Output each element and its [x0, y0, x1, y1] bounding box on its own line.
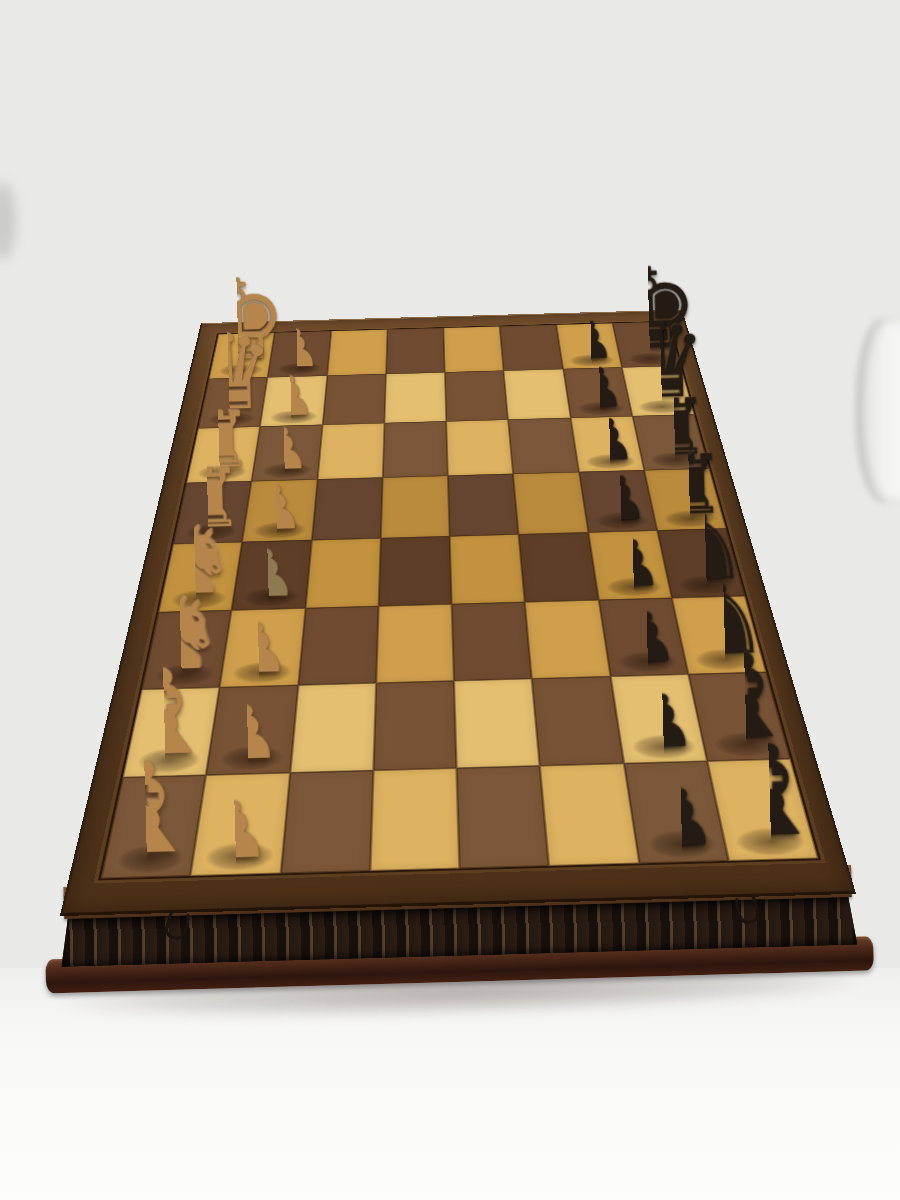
- piece-black-pawn-g6: ♟: [646, 604, 648, 671]
- square-f4: [513, 472, 588, 534]
- square-g4: ♟: [579, 470, 657, 532]
- square-e7: [454, 679, 540, 768]
- square-d4: [381, 476, 450, 538]
- piece-black-pawn-g5: ♟: [632, 532, 634, 595]
- square-f7: [532, 676, 623, 765]
- games-box-assembly: ♚♟♟♚♛♟♟♛♜♟♟♜♜♟♟♜♞♟♟♞♞♟♟♞♝♟♟♝♝♟♟♝: [0, 0, 900, 1200]
- square-d5: [378, 536, 451, 606]
- square-d6: [376, 604, 454, 683]
- square-c6: [298, 606, 379, 685]
- piece-white-pawn-b3: ♟: [283, 421, 285, 477]
- square-b6: ♟: [220, 608, 305, 687]
- square-d1: [386, 328, 445, 374]
- piece-white-pawn-b6: ♟: [257, 615, 259, 682]
- piece-white-pawn-b5: ♟: [267, 542, 269, 605]
- square-e1: [443, 326, 503, 372]
- piece-black-bishop-h8: ♝: [768, 729, 771, 854]
- square-b7: ♟: [206, 685, 298, 775]
- square-c4: [311, 478, 382, 541]
- square-e2: [445, 371, 508, 422]
- square-f6: [525, 600, 610, 679]
- board-grid: ♚♟♟♚♛♟♟♛♜♟♟♜♜♟♟♜♞♟♟♞♞♟♟♞♝♟♟♝♝♟♟♝: [98, 321, 821, 881]
- piece-black-pawn-g3: ♟: [609, 412, 611, 468]
- square-c8: [280, 770, 373, 873]
- square-d2: [384, 372, 446, 423]
- piece-white-pawn-b7: ♟: [247, 697, 249, 769]
- photograph: ♚♟♟♚♛♟♟♛♜♟♟♜♜♟♟♜♞♟♟♞♞♟♟♞♝♟♟♝♝♟♟♝: [0, 0, 900, 1200]
- square-e5: [450, 534, 525, 604]
- square-b8: ♟: [191, 773, 290, 876]
- square-b5: ♟: [232, 540, 312, 610]
- square-g5: ♟: [588, 530, 672, 600]
- square-d3: [382, 421, 447, 477]
- square-e3: [446, 420, 513, 476]
- square-c2: [322, 374, 386, 425]
- square-f3: [508, 418, 578, 474]
- piece-white-pawn-b8: ♟: [234, 792, 236, 869]
- board-frame: ♚♟♟♚♛♟♟♛♜♟♟♜♜♟♟♜♞♟♟♞♞♟♟♞♝♟♟♝♝♟♟♝: [60, 310, 856, 916]
- piece-white-pawn-b4: ♟: [276, 478, 278, 538]
- square-d7: [373, 681, 456, 771]
- square-f1: [500, 325, 563, 371]
- square-b4: ♟: [242, 479, 317, 542]
- square-c1: [327, 329, 387, 375]
- piece-black-pawn-g7: ♟: [662, 685, 664, 757]
- square-e4: [448, 474, 519, 536]
- square-a8: ♝: [101, 775, 206, 878]
- square-f2: [504, 369, 571, 420]
- square-c7: [290, 683, 376, 773]
- square-d8: [370, 768, 460, 871]
- square-c3: [317, 423, 384, 479]
- square-h8: ♝: [707, 759, 818, 861]
- square-e6: [452, 602, 532, 681]
- square-f5: [519, 532, 599, 602]
- square-f8: [540, 763, 639, 865]
- square-e8: [457, 766, 550, 869]
- square-g6: ♟: [598, 598, 688, 676]
- piece-white-bishop-a8: ♝: [143, 746, 146, 871]
- piece-black-pawn-g4: ♟: [620, 468, 622, 528]
- piece-black-pawn-g8: ♟: [680, 779, 682, 856]
- square-c5: [305, 538, 380, 608]
